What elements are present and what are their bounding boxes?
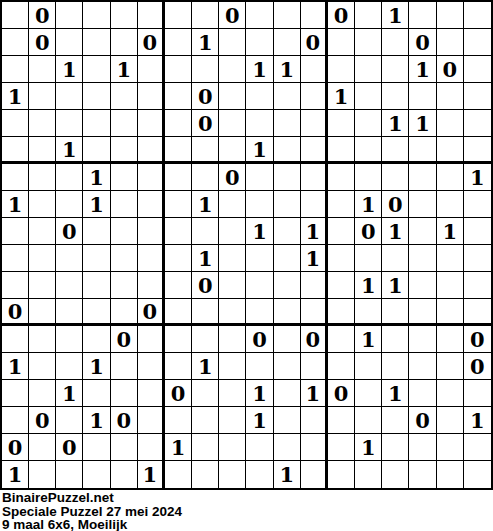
cell-r4c3-empty[interactable]: [56, 83, 83, 110]
cell-r16c8-empty[interactable]: [192, 407, 219, 434]
cell-r1c15-given: 1: [382, 2, 409, 29]
cell-r18c4-empty[interactable]: [83, 461, 110, 488]
cell-r1c14-empty[interactable]: [355, 2, 382, 29]
cell-r14c17-empty[interactable]: [437, 353, 464, 380]
cell-r10c1-empty[interactable]: [2, 245, 29, 272]
cell-r18c17-empty[interactable]: [437, 461, 464, 488]
cell-r8c5-empty[interactable]: [111, 191, 138, 218]
cell-r2c14-empty[interactable]: [355, 29, 382, 56]
cell-r16c3-empty[interactable]: [56, 407, 83, 434]
cell-r13c15-empty[interactable]: [382, 326, 409, 353]
puzzle-page: 0001001001111101010111110111110011011110…: [0, 0, 493, 531]
cell-r11c5-empty[interactable]: [111, 272, 138, 299]
cell-r5c3-empty[interactable]: [56, 110, 83, 137]
cell-r8c14-given: 1: [355, 191, 382, 218]
cell-r5c17-empty[interactable]: [437, 110, 464, 137]
cell-r15c8-empty[interactable]: [192, 380, 219, 407]
cell-r17c5-empty[interactable]: [111, 434, 138, 461]
cell-r3c16-given: 1: [409, 56, 436, 83]
cell-r1c7-empty[interactable]: [165, 2, 192, 29]
cell-r4c4-empty[interactable]: [83, 83, 110, 110]
cell-r13c6-empty[interactable]: [138, 326, 165, 353]
cell-r9c14-given: 0: [355, 218, 382, 245]
cell-r5c18-empty[interactable]: [464, 110, 491, 137]
cell-r16c9-empty[interactable]: [219, 407, 246, 434]
cell-r7c16-empty[interactable]: [409, 164, 436, 191]
cell-r9c18-empty[interactable]: [464, 218, 491, 245]
cell-r7c10-empty[interactable]: [246, 164, 273, 191]
cell-r1c16-empty[interactable]: [409, 2, 436, 29]
cell-r10c15-empty[interactable]: [382, 245, 409, 272]
cell-r11c15-given: 1: [382, 272, 409, 299]
cell-r6c2-empty[interactable]: [29, 137, 56, 164]
cell-r12c3-empty[interactable]: [56, 299, 83, 326]
cell-r1c11-empty[interactable]: [274, 2, 301, 29]
cell-r17c14-given: 1: [355, 434, 382, 461]
cell-r13c17-empty[interactable]: [437, 326, 464, 353]
cell-r3c3-given: 1: [56, 56, 83, 83]
cell-r13c14-given: 1: [355, 326, 382, 353]
cell-r13c8-empty[interactable]: [192, 326, 219, 353]
cell-r15c18-empty[interactable]: [464, 380, 491, 407]
cell-r4c17-empty[interactable]: [437, 83, 464, 110]
cell-r7c4-given: 1: [83, 164, 110, 191]
cell-r14c2-empty[interactable]: [29, 353, 56, 380]
cell-r18c8-empty[interactable]: [192, 461, 219, 488]
cell-r12c17-empty[interactable]: [437, 299, 464, 326]
cell-r4c12-empty[interactable]: [301, 83, 328, 110]
cell-r10c17-empty[interactable]: [437, 245, 464, 272]
cell-r18c18-empty[interactable]: [464, 461, 491, 488]
cell-r10c6-empty[interactable]: [138, 245, 165, 272]
cell-r6c5-empty[interactable]: [111, 137, 138, 164]
cell-r4c7-empty[interactable]: [165, 83, 192, 110]
cell-r10c11-empty[interactable]: [274, 245, 301, 272]
cell-r15c17-empty[interactable]: [437, 380, 464, 407]
cell-r8c17-empty[interactable]: [437, 191, 464, 218]
cell-r2c4-empty[interactable]: [83, 29, 110, 56]
cell-r7c6-empty[interactable]: [138, 164, 165, 191]
cell-r7c5-empty[interactable]: [111, 164, 138, 191]
cell-r18c1-given: 1: [2, 461, 29, 488]
cell-r9c15-given: 1: [382, 218, 409, 245]
cell-r9c9-empty[interactable]: [219, 218, 246, 245]
cell-r15c11-empty[interactable]: [274, 380, 301, 407]
cell-r14c14-empty[interactable]: [355, 353, 382, 380]
cell-r4c14-empty[interactable]: [355, 83, 382, 110]
cell-r3c9-empty[interactable]: [219, 56, 246, 83]
cell-r7c15-empty[interactable]: [382, 164, 409, 191]
cell-r11c2-empty[interactable]: [29, 272, 56, 299]
cell-r15c15-given: 1: [382, 380, 409, 407]
cell-r17c16-empty[interactable]: [409, 434, 436, 461]
cell-r3c12-empty[interactable]: [301, 56, 328, 83]
cell-r13c18-given: 0: [464, 326, 491, 353]
cell-r15c12-given: 1: [301, 380, 328, 407]
cell-r15c1-empty[interactable]: [2, 380, 29, 407]
cell-r11c9-empty[interactable]: [219, 272, 246, 299]
cell-r3c15-empty[interactable]: [382, 56, 409, 83]
cell-r4c15-empty[interactable]: [382, 83, 409, 110]
cell-r14c3-empty[interactable]: [56, 353, 83, 380]
cell-r15c7-given: 0: [165, 380, 192, 407]
cell-r3c10-given: 1: [246, 56, 273, 83]
cell-r9c6-empty[interactable]: [138, 218, 165, 245]
cell-r16c10-given: 1: [246, 407, 273, 434]
cell-r2c15-empty[interactable]: [382, 29, 409, 56]
cell-r17c7-given: 1: [165, 434, 192, 461]
cell-r10c4-empty[interactable]: [83, 245, 110, 272]
cell-r12c8-empty[interactable]: [192, 299, 219, 326]
cell-r15c6-empty[interactable]: [138, 380, 165, 407]
cell-r7c2-empty[interactable]: [29, 164, 56, 191]
cell-r18c11-given: 1: [274, 461, 301, 488]
cell-r8c8-given: 1: [192, 191, 219, 218]
cell-r8c18-empty[interactable]: [464, 191, 491, 218]
cell-r12c11-empty[interactable]: [274, 299, 301, 326]
cell-r18c7-empty[interactable]: [165, 461, 192, 488]
cell-r14c13-empty[interactable]: [328, 353, 355, 380]
cell-r14c9-empty[interactable]: [219, 353, 246, 380]
cell-r6c18-empty[interactable]: [464, 137, 491, 164]
cell-r4c13-given: 1: [328, 83, 355, 110]
cell-r8c11-empty[interactable]: [274, 191, 301, 218]
cell-r10c9-empty[interactable]: [219, 245, 246, 272]
cell-r8c9-empty[interactable]: [219, 191, 246, 218]
cell-r2c10-empty[interactable]: [246, 29, 273, 56]
cell-r7c8-empty[interactable]: [192, 164, 219, 191]
cell-r9c1-empty[interactable]: [2, 218, 29, 245]
cell-r3c18-empty[interactable]: [464, 56, 491, 83]
cell-r15c5-empty[interactable]: [111, 380, 138, 407]
cell-r7c11-empty[interactable]: [274, 164, 301, 191]
cell-r13c4-empty[interactable]: [83, 326, 110, 353]
cell-r10c10-empty[interactable]: [246, 245, 273, 272]
cell-r12c5-empty[interactable]: [111, 299, 138, 326]
cell-r2c9-empty[interactable]: [219, 29, 246, 56]
cell-r5c11-empty[interactable]: [274, 110, 301, 137]
cell-r17c12-empty[interactable]: [301, 434, 328, 461]
cell-r2c17-empty[interactable]: [437, 29, 464, 56]
cell-r9c7-empty[interactable]: [165, 218, 192, 245]
cell-r13c3-empty[interactable]: [56, 326, 83, 353]
cell-r1c18-empty[interactable]: [464, 2, 491, 29]
cell-r14c11-empty[interactable]: [274, 353, 301, 380]
cell-r1c8-empty[interactable]: [192, 2, 219, 29]
cell-r17c6-empty[interactable]: [138, 434, 165, 461]
cell-r12c9-empty[interactable]: [219, 299, 246, 326]
cell-r4c11-empty[interactable]: [274, 83, 301, 110]
cell-r3c13-empty[interactable]: [328, 56, 355, 83]
cell-r16c14-empty[interactable]: [355, 407, 382, 434]
cell-r12c2-empty[interactable]: [29, 299, 56, 326]
cell-r18c9-empty[interactable]: [219, 461, 246, 488]
cell-r12c7-empty[interactable]: [165, 299, 192, 326]
cell-r18c12-empty[interactable]: [301, 461, 328, 488]
cell-r16c2-given: 0: [29, 407, 56, 434]
cell-r1c3-empty[interactable]: [56, 2, 83, 29]
cell-r5c15-given: 1: [382, 110, 409, 137]
cell-r16c4-given: 1: [83, 407, 110, 434]
cell-r10c5-empty[interactable]: [111, 245, 138, 272]
cell-r9c10-given: 1: [246, 218, 273, 245]
cell-r11c18-empty[interactable]: [464, 272, 491, 299]
cell-r8c12-empty[interactable]: [301, 191, 328, 218]
cell-r11c16-empty[interactable]: [409, 272, 436, 299]
cell-r12c4-empty[interactable]: [83, 299, 110, 326]
cell-r16c18-given: 1: [464, 407, 491, 434]
cell-r4c9-empty[interactable]: [219, 83, 246, 110]
cell-r16c6-empty[interactable]: [138, 407, 165, 434]
cell-r3c17-given: 0: [437, 56, 464, 83]
cell-r9c5-empty[interactable]: [111, 218, 138, 245]
cell-r2c13-empty[interactable]: [328, 29, 355, 56]
cell-r8c7-empty[interactable]: [165, 191, 192, 218]
cell-r11c6-empty[interactable]: [138, 272, 165, 299]
cell-r8c16-empty[interactable]: [409, 191, 436, 218]
cell-r2c5-empty[interactable]: [111, 29, 138, 56]
cell-r6c13-empty[interactable]: [328, 137, 355, 164]
cell-r16c12-empty[interactable]: [301, 407, 328, 434]
cell-r6c4-empty[interactable]: [83, 137, 110, 164]
cell-r12c18-empty[interactable]: [464, 299, 491, 326]
cell-r11c8-given: 0: [192, 272, 219, 299]
cell-r17c3-given: 0: [56, 434, 83, 461]
cell-r5c4-empty[interactable]: [83, 110, 110, 137]
cell-r4c2-empty[interactable]: [29, 83, 56, 110]
cell-r2c18-empty[interactable]: [464, 29, 491, 56]
cell-r13c2-empty[interactable]: [29, 326, 56, 353]
cell-r8c6-empty[interactable]: [138, 191, 165, 218]
cell-r9c12-given: 1: [301, 218, 328, 245]
cell-r6c11-empty[interactable]: [274, 137, 301, 164]
cell-r2c11-empty[interactable]: [274, 29, 301, 56]
cell-r14c8-given: 1: [192, 353, 219, 380]
cell-r9c2-empty[interactable]: [29, 218, 56, 245]
cell-r1c4-empty[interactable]: [83, 2, 110, 29]
cell-r16c5-given: 0: [111, 407, 138, 434]
cell-r6c12-empty[interactable]: [301, 137, 328, 164]
cell-r15c9-empty[interactable]: [219, 380, 246, 407]
cell-r17c1-given: 0: [2, 434, 29, 461]
cell-r3c14-empty[interactable]: [355, 56, 382, 83]
puzzle-footer: BinairePuzzel.net Speciale Puzzel 27 mei…: [0, 490, 493, 531]
cell-r3c7-empty[interactable]: [165, 56, 192, 83]
cell-r2c7-empty[interactable]: [165, 29, 192, 56]
cell-r6c16-empty[interactable]: [409, 137, 436, 164]
cell-r6c15-empty[interactable]: [382, 137, 409, 164]
cell-r10c18-empty[interactable]: [464, 245, 491, 272]
cell-r17c9-empty[interactable]: [219, 434, 246, 461]
cell-r1c17-empty[interactable]: [437, 2, 464, 29]
cell-r1c1-empty[interactable]: [2, 2, 29, 29]
cell-r5c10-empty[interactable]: [246, 110, 273, 137]
cell-r18c13-empty[interactable]: [328, 461, 355, 488]
cell-r9c16-empty[interactable]: [409, 218, 436, 245]
cell-r13c1-empty[interactable]: [2, 326, 29, 353]
cell-r3c1-empty[interactable]: [2, 56, 29, 83]
cell-r18c14-empty[interactable]: [355, 461, 382, 488]
cell-r2c3-empty[interactable]: [56, 29, 83, 56]
cell-r17c15-empty[interactable]: [382, 434, 409, 461]
cell-r7c3-empty[interactable]: [56, 164, 83, 191]
cell-r14c15-empty[interactable]: [382, 353, 409, 380]
cell-r6c6-empty[interactable]: [138, 137, 165, 164]
cell-r15c16-empty[interactable]: [409, 380, 436, 407]
cell-r7c1-empty[interactable]: [2, 164, 29, 191]
cell-r6c14-empty[interactable]: [355, 137, 382, 164]
cell-r7c9-given: 0: [219, 164, 246, 191]
cell-r4c1-given: 1: [2, 83, 29, 110]
cell-r15c4-empty[interactable]: [83, 380, 110, 407]
cell-r11c13-empty[interactable]: [328, 272, 355, 299]
cell-r10c2-empty[interactable]: [29, 245, 56, 272]
cell-r16c1-empty[interactable]: [2, 407, 29, 434]
cell-r17c2-empty[interactable]: [29, 434, 56, 461]
cell-r12c16-empty[interactable]: [409, 299, 436, 326]
cell-r17c18-empty[interactable]: [464, 434, 491, 461]
cell-r9c11-empty[interactable]: [274, 218, 301, 245]
cell-r9c13-empty[interactable]: [328, 218, 355, 245]
cell-r11c10-empty[interactable]: [246, 272, 273, 299]
cell-r14c10-empty[interactable]: [246, 353, 273, 380]
cell-r6c3-given: 1: [56, 137, 83, 164]
cell-r9c4-empty[interactable]: [83, 218, 110, 245]
cell-r4c5-empty[interactable]: [111, 83, 138, 110]
cell-r5c12-empty[interactable]: [301, 110, 328, 137]
cell-r16c15-empty[interactable]: [382, 407, 409, 434]
cell-r14c12-empty[interactable]: [301, 353, 328, 380]
cell-r18c3-empty[interactable]: [56, 461, 83, 488]
cell-r15c14-empty[interactable]: [355, 380, 382, 407]
cell-r14c6-empty[interactable]: [138, 353, 165, 380]
cell-r1c13-given: 0: [328, 2, 355, 29]
cell-r10c7-empty[interactable]: [165, 245, 192, 272]
cell-r7c12-empty[interactable]: [301, 164, 328, 191]
cell-r11c3-empty[interactable]: [56, 272, 83, 299]
cell-r16c13-empty[interactable]: [328, 407, 355, 434]
cell-r13c9-empty[interactable]: [219, 326, 246, 353]
cell-r14c5-empty[interactable]: [111, 353, 138, 380]
cell-r17c4-empty[interactable]: [83, 434, 110, 461]
cell-r3c2-empty[interactable]: [29, 56, 56, 83]
cell-r4c6-empty[interactable]: [138, 83, 165, 110]
cell-r12c12-empty[interactable]: [301, 299, 328, 326]
cell-r8c3-empty[interactable]: [56, 191, 83, 218]
cell-r11c12-empty[interactable]: [301, 272, 328, 299]
cell-r11c1-empty[interactable]: [2, 272, 29, 299]
cell-r16c7-empty[interactable]: [165, 407, 192, 434]
cell-r12c14-empty[interactable]: [355, 299, 382, 326]
cell-r11c7-empty[interactable]: [165, 272, 192, 299]
cell-r18c5-empty[interactable]: [111, 461, 138, 488]
cell-r13c16-empty[interactable]: [409, 326, 436, 353]
cell-r18c16-empty[interactable]: [409, 461, 436, 488]
cell-r17c11-empty[interactable]: [274, 434, 301, 461]
cell-r7c13-empty[interactable]: [328, 164, 355, 191]
cell-r6c7-empty[interactable]: [165, 137, 192, 164]
cell-r3c4-empty[interactable]: [83, 56, 110, 83]
cell-r7c14-empty[interactable]: [355, 164, 382, 191]
cell-r6c17-empty[interactable]: [437, 137, 464, 164]
cell-r5c6-empty[interactable]: [138, 110, 165, 137]
cell-r5c13-empty[interactable]: [328, 110, 355, 137]
cell-r3c8-empty[interactable]: [192, 56, 219, 83]
cell-r7c17-empty[interactable]: [437, 164, 464, 191]
cell-r5c2-empty[interactable]: [29, 110, 56, 137]
cell-r8c10-empty[interactable]: [246, 191, 273, 218]
cell-r3c6-empty[interactable]: [138, 56, 165, 83]
cell-r9c8-empty[interactable]: [192, 218, 219, 245]
cell-r8c13-empty[interactable]: [328, 191, 355, 218]
cell-r1c5-empty[interactable]: [111, 2, 138, 29]
cell-r1c6-empty[interactable]: [138, 2, 165, 29]
cell-r2c2-given: 0: [29, 29, 56, 56]
cell-r1c12-empty[interactable]: [301, 2, 328, 29]
cell-r5c7-empty[interactable]: [165, 110, 192, 137]
cell-r18c2-empty[interactable]: [29, 461, 56, 488]
cell-r1c10-empty[interactable]: [246, 2, 273, 29]
cell-r15c2-empty[interactable]: [29, 380, 56, 407]
cell-r5c9-empty[interactable]: [219, 110, 246, 137]
cell-r5c5-empty[interactable]: [111, 110, 138, 137]
cell-r4c10-empty[interactable]: [246, 83, 273, 110]
cell-r14c16-empty[interactable]: [409, 353, 436, 380]
cell-r10c3-empty[interactable]: [56, 245, 83, 272]
cell-r10c14-empty[interactable]: [355, 245, 382, 272]
cell-r10c16-empty[interactable]: [409, 245, 436, 272]
cell-r4c16-empty[interactable]: [409, 83, 436, 110]
cell-r16c11-empty[interactable]: [274, 407, 301, 434]
cell-r13c10-given: 0: [246, 326, 273, 353]
cell-r17c13-empty[interactable]: [328, 434, 355, 461]
cell-r11c11-empty[interactable]: [274, 272, 301, 299]
cell-r17c8-empty[interactable]: [192, 434, 219, 461]
cell-r12c10-empty[interactable]: [246, 299, 273, 326]
cell-r16c17-empty[interactable]: [437, 407, 464, 434]
cell-r11c14-given: 1: [355, 272, 382, 299]
cell-r10c13-empty[interactable]: [328, 245, 355, 272]
cell-r11c17-empty[interactable]: [437, 272, 464, 299]
cell-r11c4-empty[interactable]: [83, 272, 110, 299]
cell-r12c15-empty[interactable]: [382, 299, 409, 326]
cell-r14c7-empty[interactable]: [165, 353, 192, 380]
cell-r9c17-given: 1: [437, 218, 464, 245]
cell-r8c1-given: 1: [2, 191, 29, 218]
cell-r17c10-empty[interactable]: [246, 434, 273, 461]
cell-r4c18-empty[interactable]: [464, 83, 491, 110]
cell-r13c7-empty[interactable]: [165, 326, 192, 353]
cell-r15c10-given: 1: [246, 380, 273, 407]
cell-r6c8-empty[interactable]: [192, 137, 219, 164]
cell-r13c11-empty[interactable]: [274, 326, 301, 353]
cell-r17c17-empty[interactable]: [437, 434, 464, 461]
cell-r12c13-empty[interactable]: [328, 299, 355, 326]
cell-r6c9-empty[interactable]: [219, 137, 246, 164]
cell-r5c1-empty[interactable]: [2, 110, 29, 137]
cell-r13c13-empty[interactable]: [328, 326, 355, 353]
cell-r8c2-empty[interactable]: [29, 191, 56, 218]
cell-r7c7-empty[interactable]: [165, 164, 192, 191]
cell-r10c12-given: 1: [301, 245, 328, 272]
cell-r18c15-empty[interactable]: [382, 461, 409, 488]
cell-r14c1-given: 1: [2, 353, 29, 380]
cell-r5c14-empty[interactable]: [355, 110, 382, 137]
cell-r2c1-empty[interactable]: [2, 29, 29, 56]
cell-r15c13-given: 0: [328, 380, 355, 407]
cell-r18c10-empty[interactable]: [246, 461, 273, 488]
cell-r6c1-empty[interactable]: [2, 137, 29, 164]
